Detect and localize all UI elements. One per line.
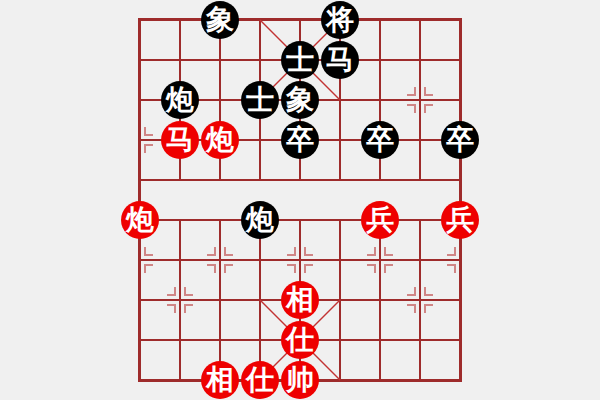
piece-red-general[interactable]: 帅: [281, 361, 319, 399]
xiangqi-board-diagram: 象将士马炮士象马炮卒卒卒炮炮兵兵相仕相仕帅: [0, 0, 600, 400]
piece-red-horse[interactable]: 马: [161, 121, 199, 159]
piece-red-elephant[interactable]: 相: [281, 281, 319, 319]
piece-black-soldier[interactable]: 卒: [281, 121, 319, 159]
piece-red-cannon[interactable]: 炮: [201, 121, 239, 159]
piece-black-cannon[interactable]: 炮: [241, 201, 279, 239]
piece-red-advisor[interactable]: 仕: [241, 361, 279, 399]
piece-red-elephant[interactable]: 相: [201, 361, 239, 399]
piece-black-advisor[interactable]: 士: [281, 41, 319, 79]
piece-black-cannon[interactable]: 炮: [161, 81, 199, 119]
piece-black-general[interactable]: 将: [321, 1, 359, 39]
piece-red-advisor[interactable]: 仕: [281, 321, 319, 359]
piece-black-elephant[interactable]: 象: [201, 1, 239, 39]
piece-red-cannon[interactable]: 炮: [121, 201, 159, 239]
piece-red-soldier[interactable]: 兵: [361, 201, 399, 239]
piece-black-horse[interactable]: 马: [321, 41, 359, 79]
piece-black-soldier[interactable]: 卒: [361, 121, 399, 159]
xiangqi-board[interactable]: 象将士马炮士象马炮卒卒卒炮炮兵兵相仕相仕帅: [120, 0, 480, 400]
piece-black-soldier[interactable]: 卒: [441, 121, 479, 159]
piece-black-advisor[interactable]: 士: [241, 81, 279, 119]
piece-black-elephant[interactable]: 象: [281, 81, 319, 119]
piece-red-soldier[interactable]: 兵: [441, 201, 479, 239]
